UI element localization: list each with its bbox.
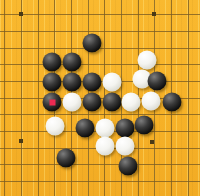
black-stone[interactable]	[43, 53, 62, 72]
black-stone[interactable]	[119, 157, 138, 176]
black-stone[interactable]	[116, 119, 135, 138]
black-stone[interactable]	[83, 93, 102, 112]
white-stone[interactable]	[116, 137, 135, 156]
black-stone[interactable]	[163, 93, 182, 112]
grid-line-horizontal	[0, 181, 200, 182]
star-point	[19, 139, 23, 143]
black-stone[interactable]	[63, 53, 82, 72]
grid-line-horizontal	[0, 31, 200, 32]
black-stone[interactable]	[135, 116, 154, 135]
grid-line-horizontal	[0, 164, 200, 165]
grid-line-horizontal	[0, 114, 200, 115]
star-point	[150, 140, 154, 144]
white-stone[interactable]	[63, 93, 82, 112]
last-move-marker	[49, 99, 55, 105]
black-stone[interactable]	[83, 34, 102, 53]
black-stone[interactable]	[148, 72, 167, 91]
white-stone[interactable]	[96, 137, 115, 156]
grid-line-horizontal	[0, 64, 200, 65]
black-stone[interactable]	[63, 73, 82, 92]
black-stone[interactable]	[43, 93, 62, 112]
black-stone[interactable]	[43, 73, 62, 92]
white-stone[interactable]	[138, 51, 157, 70]
black-stone[interactable]	[103, 93, 122, 112]
white-stone[interactable]	[103, 73, 122, 92]
go-board[interactable]	[0, 0, 200, 196]
black-stone[interactable]	[57, 149, 76, 168]
black-stone[interactable]	[76, 119, 95, 138]
grid-line-horizontal	[0, 48, 200, 49]
black-stone[interactable]	[83, 73, 102, 92]
white-stone[interactable]	[96, 119, 115, 138]
star-point	[19, 12, 23, 16]
star-point	[152, 12, 156, 16]
white-stone[interactable]	[122, 93, 141, 112]
grid-line-horizontal	[0, 14, 200, 15]
white-stone[interactable]	[46, 117, 65, 136]
white-stone[interactable]	[142, 92, 161, 111]
